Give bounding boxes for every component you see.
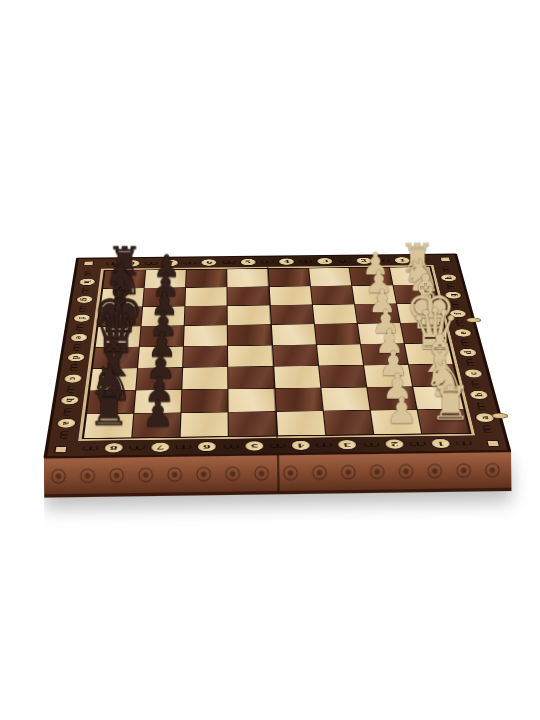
coordinate-label: 6	[197, 441, 217, 452]
border-ornament	[66, 386, 78, 393]
border-ornament	[223, 443, 239, 449]
border-ornament	[446, 284, 457, 290]
square-g5	[228, 287, 270, 306]
coordinate-label: f	[72, 314, 91, 322]
square-g2	[352, 285, 396, 304]
border-ornament	[83, 270, 93, 276]
coordinate-label: b	[60, 395, 80, 405]
square-g7	[143, 288, 185, 307]
coordinate-label: 5	[244, 441, 264, 452]
square-e6	[184, 325, 227, 345]
piece-white-pawn-a2: ♟	[385, 392, 417, 428]
coordinate-label: 1	[430, 438, 452, 449]
coordinate-label: e	[69, 333, 88, 342]
border-ornament	[470, 380, 482, 387]
coordinate-label: 8	[103, 443, 124, 454]
square-g3	[311, 286, 354, 305]
coordinate-label: 4	[291, 440, 312, 451]
square-h5	[228, 269, 269, 287]
border-ornament	[78, 306, 89, 312]
piece-black-rook-a8: ♜	[88, 385, 130, 432]
square-f5	[228, 306, 270, 325]
square-h1	[390, 267, 434, 285]
border-ornament	[261, 260, 274, 264]
corner-inlay	[486, 440, 500, 446]
border-ornament	[59, 431, 71, 439]
border-ornament	[441, 266, 452, 272]
square-h4	[268, 269, 309, 287]
square-e5	[228, 325, 271, 345]
border-ornament	[176, 444, 192, 450]
border-ornament	[129, 445, 145, 451]
coordinate-label: 7	[150, 442, 171, 453]
border-ornament	[72, 344, 83, 351]
border-ornament	[456, 440, 473, 446]
square-h2	[349, 268, 392, 286]
square-f4	[270, 305, 313, 324]
border-ornament	[222, 260, 235, 264]
chess-set-photo: 87654321 87654321 hgfedcba hgfedcba ♜♞♝♛…	[62, 135, 482, 555]
coordinate-label: 6	[201, 259, 218, 266]
border-ornament	[409, 441, 425, 447]
piece-white-rook-a1: ♜	[429, 381, 471, 428]
border-ornament	[145, 261, 158, 265]
square-h6	[186, 269, 227, 287]
square-h7	[145, 270, 186, 288]
border-ornament	[415, 258, 429, 262]
border-ornament	[476, 402, 489, 410]
border-ornament	[75, 324, 86, 330]
coordinate-label: 3	[317, 258, 334, 265]
corner-inlay	[83, 261, 94, 265]
square-e4	[271, 324, 315, 344]
border-ornament	[376, 259, 389, 263]
border-ornament	[363, 441, 379, 447]
square-f7	[142, 307, 185, 327]
square-h3	[309, 268, 351, 286]
coordinate-label: c	[63, 374, 83, 383]
coordinate-label: 3	[337, 439, 358, 450]
border-ornament	[69, 364, 80, 371]
square-h8	[103, 270, 145, 288]
border-ornament	[183, 261, 196, 265]
border-ornament	[106, 262, 119, 266]
border-ornament	[338, 259, 351, 263]
coordinate-label: 2	[384, 439, 406, 450]
box-side-carving	[44, 450, 512, 498]
corner-inlay	[54, 446, 67, 453]
border-ornament	[270, 443, 286, 449]
box-side-seam	[277, 455, 280, 491]
coordinate-label: d	[66, 353, 86, 362]
square-g4	[269, 286, 311, 305]
coordinate-label: 5	[240, 258, 257, 265]
coordinate-label: 4	[278, 258, 295, 265]
border-ornament	[62, 408, 74, 416]
square-f6	[185, 306, 227, 326]
coordinate-label: b	[468, 390, 489, 400]
border-ornament	[316, 442, 332, 448]
border-ornament	[81, 288, 91, 294]
square-f2	[355, 304, 400, 323]
border-ornament	[481, 425, 494, 433]
square-g6	[186, 287, 227, 306]
border-ornament	[299, 259, 312, 263]
piece-black-pawn-a7: ♟	[142, 395, 174, 431]
border-ornament	[82, 445, 98, 451]
square-e3	[315, 324, 360, 344]
chess-board: 87654321 87654321 hgfedcba hgfedcba ♜♞♝♛…	[43, 254, 511, 459]
coordinate-label: a	[56, 418, 77, 428]
square-f3	[313, 305, 357, 324]
